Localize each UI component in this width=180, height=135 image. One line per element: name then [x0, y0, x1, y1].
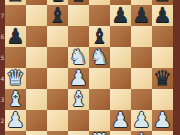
square-b5[interactable]	[26, 47, 47, 68]
square-a5[interactable]	[5, 47, 26, 68]
square-a6[interactable]: ♟	[5, 26, 26, 47]
square-f4[interactable]	[110, 68, 131, 89]
square-e2[interactable]	[89, 110, 110, 131]
white-knight-d5[interactable]: ♞	[68, 47, 89, 68]
square-h2[interactable]: ♟	[152, 110, 173, 131]
square-e3[interactable]	[89, 89, 110, 110]
square-f3[interactable]	[110, 89, 131, 110]
square-d6[interactable]	[68, 26, 89, 47]
square-a2[interactable]: ♟	[5, 110, 26, 131]
square-b1[interactable]	[26, 131, 47, 135]
square-e1[interactable]: ♜	[89, 131, 110, 135]
square-f1[interactable]	[110, 131, 131, 135]
square-h6[interactable]	[152, 26, 173, 47]
black-pawn-h7[interactable]: ♟	[152, 5, 173, 26]
square-a3[interactable]: ♝	[5, 89, 26, 110]
square-g3[interactable]	[131, 89, 152, 110]
rank-label-5: 5	[0, 47, 5, 68]
white-knight-e5[interactable]: ♞	[89, 47, 110, 68]
square-c5[interactable]	[47, 47, 68, 68]
black-pawn-a6[interactable]: ♟	[5, 26, 26, 47]
rank-label-1: 1	[0, 131, 5, 135]
white-queen-a4[interactable]: ♛	[5, 68, 26, 89]
square-h1[interactable]	[152, 131, 173, 135]
square-e7[interactable]	[89, 5, 110, 26]
chess-board: ♜♞♚♜♝♟♟♟♟♝♞♞♛♟♛♝♝♟♟♟♟♜♚	[5, 0, 173, 135]
rank-label-2: 2	[0, 110, 5, 131]
square-h7[interactable]: ♟	[152, 5, 173, 26]
square-b2[interactable]	[26, 110, 47, 131]
square-a4[interactable]: ♛	[5, 68, 26, 89]
square-b7[interactable]	[26, 5, 47, 26]
chess-board-frame: ♜♞♚♜♝♟♟♟♟♝♞♞♛♟♛♝♝♟♟♟♟♜♚ 87654321	[0, 0, 180, 135]
square-b3[interactable]	[26, 89, 47, 110]
square-c6[interactable]	[47, 26, 68, 47]
white-pawn-g2[interactable]: ♟	[131, 110, 152, 131]
square-h3[interactable]	[152, 89, 173, 110]
square-d5[interactable]: ♞	[68, 47, 89, 68]
white-pawn-a2[interactable]: ♟	[5, 110, 26, 131]
black-pawn-f7[interactable]: ♟	[110, 5, 131, 26]
square-b4[interactable]	[26, 68, 47, 89]
square-h5[interactable]	[152, 47, 173, 68]
square-d4[interactable]: ♟	[68, 68, 89, 89]
white-bishop-a3[interactable]: ♝	[5, 89, 26, 110]
square-e4[interactable]	[89, 68, 110, 89]
square-g6[interactable]	[131, 26, 152, 47]
black-bishop-c7[interactable]: ♝	[47, 5, 68, 26]
rank-label-6: 6	[0, 26, 5, 47]
square-e6[interactable]: ♝	[89, 26, 110, 47]
square-d2[interactable]	[68, 110, 89, 131]
square-g7[interactable]: ♟	[131, 5, 152, 26]
black-queen-h4[interactable]: ♛	[152, 68, 173, 89]
white-rook-e1[interactable]: ♜	[89, 131, 110, 135]
square-c3[interactable]	[47, 89, 68, 110]
square-b6[interactable]	[26, 26, 47, 47]
white-pawn-f2[interactable]: ♟	[110, 110, 131, 131]
square-d3[interactable]: ♝	[68, 89, 89, 110]
square-e5[interactable]: ♞	[89, 47, 110, 68]
rank-labels-column: 87654321	[0, 0, 5, 135]
square-h4[interactable]: ♛	[152, 68, 173, 89]
square-a1[interactable]	[5, 131, 26, 135]
square-c7[interactable]: ♝	[47, 5, 68, 26]
rank-label-3: 3	[0, 89, 5, 110]
white-pawn-h2[interactable]: ♟	[152, 110, 173, 131]
square-g1[interactable]: ♚	[131, 131, 152, 135]
rank-label-7: 7	[0, 5, 5, 26]
square-f7[interactable]: ♟	[110, 5, 131, 26]
square-f2[interactable]: ♟	[110, 110, 131, 131]
square-g5[interactable]	[131, 47, 152, 68]
white-bishop-d3[interactable]: ♝	[68, 89, 89, 110]
white-pawn-d4[interactable]: ♟	[68, 68, 89, 89]
square-a7[interactable]	[5, 5, 26, 26]
square-d1[interactable]	[68, 131, 89, 135]
black-pawn-g7[interactable]: ♟	[131, 5, 152, 26]
square-g2[interactable]: ♟	[131, 110, 152, 131]
black-bishop-e6[interactable]: ♝	[89, 26, 110, 47]
square-c2[interactable]	[47, 110, 68, 131]
square-c4[interactable]	[47, 68, 68, 89]
square-g4[interactable]	[131, 68, 152, 89]
white-king-g1[interactable]: ♚	[131, 131, 152, 135]
square-c1[interactable]	[47, 131, 68, 135]
square-f5[interactable]	[110, 47, 131, 68]
square-d7[interactable]	[68, 5, 89, 26]
square-f6[interactable]	[110, 26, 131, 47]
rank-label-4: 4	[0, 68, 5, 89]
